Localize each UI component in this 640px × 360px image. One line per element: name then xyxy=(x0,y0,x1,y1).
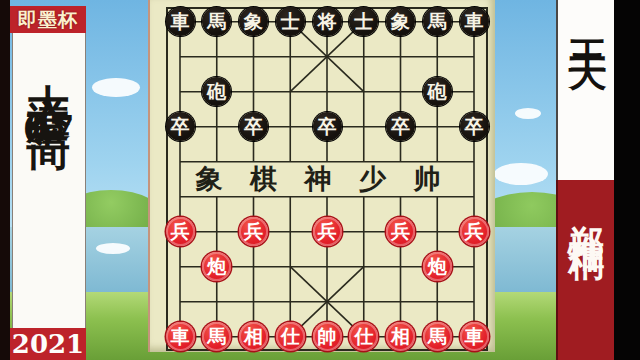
player-bottom-card: 郑惟桐 xyxy=(556,180,616,360)
year-text: 2021 xyxy=(12,329,84,359)
left-black-edge xyxy=(0,0,10,360)
piece-black-advisor: 士 xyxy=(276,7,305,36)
piece-red-advisor: 仕 xyxy=(276,322,305,351)
player-top-card: 王天一 xyxy=(556,0,617,180)
tournament-name: 即墨杯 xyxy=(18,7,78,33)
piece-black-rook: 車 xyxy=(166,7,195,36)
piece-black-elephant: 象 xyxy=(386,7,415,36)
piece-red-elephant: 相 xyxy=(239,322,268,351)
video-frame: 象棋神少帅 車馬象士将士象馬車砲砲卒卒卒卒卒兵兵兵兵兵炮炮車馬相仕帥仕相馬車 即… xyxy=(0,0,640,360)
river-char: 棋 xyxy=(250,161,277,197)
piece-red-soldier: 兵 xyxy=(313,217,342,246)
year-badge: 2021 xyxy=(10,328,86,360)
xiangqi-board: 象棋神少帅 車馬象士将士象馬車砲砲卒卒卒卒卒兵兵兵兵兵炮炮車馬相仕帥仕相馬車 xyxy=(148,0,495,352)
piece-black-soldier: 卒 xyxy=(386,112,415,141)
river-char: 少 xyxy=(359,161,386,197)
piece-black-cannon: 砲 xyxy=(423,77,452,106)
piece-black-soldier: 卒 xyxy=(239,112,268,141)
player-top-name: 王天一 xyxy=(562,10,613,180)
piece-red-soldier: 兵 xyxy=(460,217,489,246)
piece-red-cannon: 炮 xyxy=(423,252,452,281)
piece-red-soldier: 兵 xyxy=(166,217,195,246)
piece-black-rook: 車 xyxy=(460,7,489,36)
piece-red-soldier: 兵 xyxy=(239,217,268,246)
river-char: 神 xyxy=(305,161,332,197)
tournament-badge: 即墨杯 xyxy=(10,6,86,33)
series-title-panel: 大道至简 07 xyxy=(12,33,86,328)
piece-black-soldier: 卒 xyxy=(313,112,342,141)
piece-red-horse: 馬 xyxy=(423,322,452,351)
right-black-edge xyxy=(614,0,640,360)
river-char: 象 xyxy=(196,161,223,197)
piece-black-elephant: 象 xyxy=(239,7,268,36)
piece-black-horse: 馬 xyxy=(423,7,452,36)
river-char: 帅 xyxy=(414,161,441,197)
player-bottom-name: 郑惟桐 xyxy=(563,196,612,360)
piece-red-rook: 車 xyxy=(166,322,195,351)
cloud-icon xyxy=(96,243,130,254)
piece-red-soldier: 兵 xyxy=(386,217,415,246)
piece-black-soldier: 卒 xyxy=(460,112,489,141)
cloud-icon xyxy=(92,78,140,97)
series-title: 大道至简 xyxy=(20,49,79,105)
cloud-icon xyxy=(515,108,541,119)
cloud-icon xyxy=(494,163,548,185)
piece-black-soldier: 卒 xyxy=(166,112,195,141)
episode-number: 07 xyxy=(23,107,75,151)
piece-red-elephant: 相 xyxy=(386,322,415,351)
piece-red-rook: 車 xyxy=(460,322,489,351)
piece-black-general: 将 xyxy=(313,7,342,36)
piece-red-general: 帥 xyxy=(313,322,342,351)
